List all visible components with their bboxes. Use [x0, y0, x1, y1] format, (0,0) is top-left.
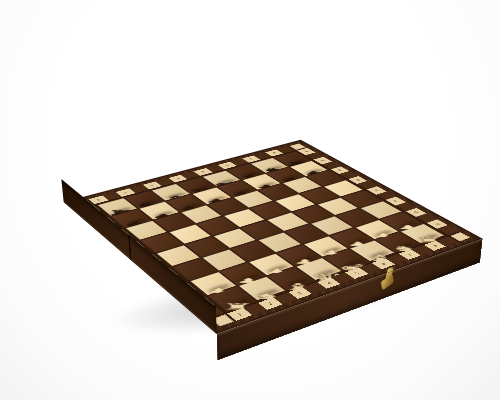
- coord-label-4: 4: [317, 277, 341, 289]
- coord-label-5: 5: [345, 268, 368, 279]
- chess-set-product-photo: 12345678 ABCDEFGH ♜♞♝♛♚♝♞♜♟♟♟♟♟♟♟♟♟♟♟♟♟♟…: [0, 0, 500, 400]
- hinge-seam: [128, 234, 131, 260]
- brass-clasp-icon: [380, 266, 397, 295]
- piece-contact-shadow: [153, 210, 174, 218]
- border-filler-cell: [243, 303, 267, 316]
- square-b6: [154, 213, 194, 231]
- clasp-plate: [381, 274, 395, 290]
- square-d6: [208, 198, 247, 215]
- coord-label-H: H: [426, 219, 447, 229]
- square-h3: [361, 201, 402, 219]
